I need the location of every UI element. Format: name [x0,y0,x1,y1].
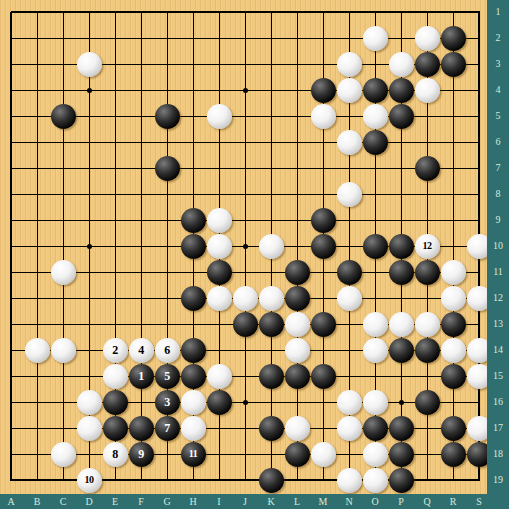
stone-O4[interactable] [363,78,388,103]
row-label: 19 [487,473,509,487]
row-label: 18 [487,447,509,461]
stone-Q7[interactable] [415,156,440,181]
stone-R17[interactable] [441,416,466,441]
stone-G7[interactable] [155,156,180,181]
column-label: H [180,494,206,509]
stone-E16[interactable] [103,390,128,415]
column-label: L [284,494,310,509]
stone-P18[interactable] [389,442,414,467]
stone-Q11[interactable] [415,260,440,285]
stone-Q3[interactable] [415,52,440,77]
stone-M5[interactable] [311,104,336,129]
row-label: 2 [487,31,509,45]
stone-O6[interactable] [363,130,388,155]
stone-F14[interactable]: 4 [129,338,154,363]
stone-H10[interactable] [181,234,206,259]
column-label: D [76,494,102,509]
row-label: 1 [487,5,509,19]
stone-N8[interactable] [337,182,362,207]
move-number: 8 [112,448,118,460]
stone-H12[interactable] [181,286,206,311]
stone-E18[interactable]: 8 [103,442,128,467]
stone-H16[interactable] [181,390,206,415]
stone-O10[interactable] [363,234,388,259]
stone-I16[interactable] [207,390,232,415]
move-number: 5 [164,370,170,382]
row-label: 10 [487,239,509,253]
stone-P10[interactable] [389,234,414,259]
row-labels-strip: 12345678910111213141516171819 [487,0,509,509]
stone-D19[interactable]: 10 [77,468,102,493]
stone-I15[interactable] [207,364,232,389]
stone-I5[interactable] [207,104,232,129]
column-label: B [24,494,50,509]
stone-R12[interactable] [441,286,466,311]
stone-N12[interactable] [337,286,362,311]
row-label: 16 [487,395,509,409]
stone-K13[interactable] [259,312,284,337]
move-number: 9 [138,448,144,460]
stone-C14[interactable] [51,338,76,363]
stone-O17[interactable] [363,416,388,441]
stone-L18[interactable] [285,442,310,467]
column-label: E [102,494,128,509]
stone-H15[interactable] [181,364,206,389]
stone-R2[interactable] [441,26,466,51]
stone-Q14[interactable] [415,338,440,363]
stone-K10[interactable] [259,234,284,259]
stone-F18[interactable]: 9 [129,442,154,467]
stone-O2[interactable] [363,26,388,51]
stone-R14[interactable] [441,338,466,363]
stone-H9[interactable] [181,208,206,233]
stone-F17[interactable] [129,416,154,441]
stone-L14[interactable] [285,338,310,363]
stone-M18[interactable] [311,442,336,467]
stone-D16[interactable] [77,390,102,415]
stone-R11[interactable] [441,260,466,285]
column-label: A [0,494,24,509]
column-label: Q [414,494,440,509]
stone-N3[interactable] [337,52,362,77]
row-label: 8 [487,187,509,201]
stone-O16[interactable] [363,390,388,415]
stone-E14[interactable]: 2 [103,338,128,363]
stone-R15[interactable] [441,364,466,389]
stone-M9[interactable] [311,208,336,233]
row-label: 14 [487,343,509,357]
stone-H17[interactable] [181,416,206,441]
stone-M10[interactable] [311,234,336,259]
stone-P11[interactable] [389,260,414,285]
stone-G17[interactable]: 7 [155,416,180,441]
row-label: 5 [487,109,509,123]
stone-D17[interactable] [77,416,102,441]
go-board-app: 122461537891110 ABCDEFGHIJKLMNOPQRS 1234… [0,0,509,509]
row-label: 4 [487,83,509,97]
stone-M4[interactable] [311,78,336,103]
stone-N19[interactable] [337,468,362,493]
stone-P13[interactable] [389,312,414,337]
stone-I9[interactable] [207,208,232,233]
stone-P5[interactable] [389,104,414,129]
move-number: 12 [423,241,432,251]
column-labels-strip: ABCDEFGHIJKLMNOPQRS [0,494,509,509]
stone-F15[interactable]: 1 [129,364,154,389]
stone-D3[interactable] [77,52,102,77]
stone-O19[interactable] [363,468,388,493]
column-label: I [206,494,232,509]
stone-B14[interactable] [25,338,50,363]
row-label: 12 [487,291,509,305]
stone-I12[interactable] [207,286,232,311]
move-number: 1 [138,370,144,382]
column-label: R [440,494,466,509]
stone-E15[interactable] [103,364,128,389]
stone-G15[interactable]: 5 [155,364,180,389]
stone-P4[interactable] [389,78,414,103]
stone-K12[interactable] [259,286,284,311]
row-label: 7 [487,161,509,175]
stone-H14[interactable] [181,338,206,363]
stone-G14[interactable]: 6 [155,338,180,363]
column-label: M [310,494,336,509]
move-number: 7 [164,422,170,434]
stone-J13[interactable] [233,312,258,337]
stone-E17[interactable] [103,416,128,441]
stone-R18[interactable] [441,442,466,467]
move-number: 11 [189,449,197,459]
column-label: N [336,494,362,509]
move-number: 3 [164,396,170,408]
stone-R13[interactable] [441,312,466,337]
row-label: 15 [487,369,509,383]
stone-Q4[interactable] [415,78,440,103]
stone-L11[interactable] [285,260,310,285]
stone-L13[interactable] [285,312,310,337]
stone-Q16[interactable] [415,390,440,415]
stone-N6[interactable] [337,130,362,155]
stone-K17[interactable] [259,416,284,441]
column-label: G [154,494,180,509]
row-label: 17 [487,421,509,435]
stone-Q13[interactable] [415,312,440,337]
stone-C18[interactable] [51,442,76,467]
stone-L15[interactable] [285,364,310,389]
stone-N4[interactable] [337,78,362,103]
row-label: 6 [487,135,509,149]
stone-G16[interactable]: 3 [155,390,180,415]
stone-M13[interactable] [311,312,336,337]
row-label: 11 [487,265,509,279]
stone-N17[interactable] [337,416,362,441]
stone-Q2[interactable] [415,26,440,51]
move-number: 2 [112,344,118,356]
stone-P14[interactable] [389,338,414,363]
move-number: 10 [85,475,94,485]
stone-L12[interactable] [285,286,310,311]
column-label: C [50,494,76,509]
stone-O5[interactable] [363,104,388,129]
stone-C11[interactable] [51,260,76,285]
stone-P17[interactable] [389,416,414,441]
stone-H18[interactable]: 11 [181,442,206,467]
stone-J12[interactable] [233,286,258,311]
stone-N11[interactable] [337,260,362,285]
column-label: J [232,494,258,509]
stone-I10[interactable] [207,234,232,259]
stone-K15[interactable] [259,364,284,389]
stone-I11[interactable] [207,260,232,285]
stone-P3[interactable] [389,52,414,77]
move-number: 6 [164,344,170,356]
stone-O18[interactable] [363,442,388,467]
stones-layer: 122461537891110 [0,0,492,493]
stone-R3[interactable] [441,52,466,77]
column-label: K [258,494,284,509]
stone-O13[interactable] [363,312,388,337]
stone-L17[interactable] [285,416,310,441]
row-label: 9 [487,213,509,227]
stone-N16[interactable] [337,390,362,415]
column-label: F [128,494,154,509]
stone-P19[interactable] [389,468,414,493]
move-number: 4 [138,344,144,356]
column-label: O [362,494,388,509]
stone-G5[interactable] [155,104,180,129]
stone-K19[interactable] [259,468,284,493]
row-label: 3 [487,57,509,71]
stone-Q10[interactable]: 12 [415,234,440,259]
stone-O14[interactable] [363,338,388,363]
stone-C5[interactable] [51,104,76,129]
stone-M15[interactable] [311,364,336,389]
row-label: 13 [487,317,509,331]
column-label: P [388,494,414,509]
